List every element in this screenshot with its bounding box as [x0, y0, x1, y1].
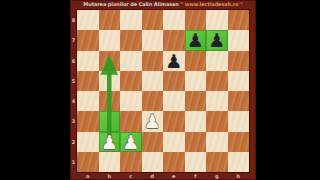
- square-g4[interactable]: [206, 91, 228, 111]
- square-f3[interactable]: [185, 111, 207, 131]
- square-f7[interactable]: ♟: [185, 30, 207, 50]
- square-h4[interactable]: [228, 91, 250, 111]
- square-e5[interactable]: [163, 71, 185, 91]
- file-labels: abcdefgh: [77, 172, 249, 180]
- square-g5[interactable]: [206, 71, 228, 91]
- square-e3[interactable]: [163, 111, 185, 131]
- square-f1[interactable]: [185, 152, 207, 172]
- square-a3[interactable]: [77, 111, 99, 131]
- square-c5[interactable]: [120, 71, 142, 91]
- square-f4[interactable]: [185, 91, 207, 111]
- rank-label-7: 7: [70, 30, 77, 50]
- square-b8[interactable]: [99, 10, 121, 30]
- square-a1[interactable]: [77, 152, 99, 172]
- square-d8[interactable]: [142, 10, 164, 30]
- square-d4[interactable]: [142, 91, 164, 111]
- square-c2[interactable]: ♟: [120, 132, 142, 152]
- square-f8[interactable]: [185, 10, 207, 30]
- title-text: Mutarea pionilor de Calin Alimasan: [83, 1, 179, 7]
- square-h5[interactable]: [228, 71, 250, 91]
- square-c3[interactable]: [120, 111, 142, 131]
- rank-labels: 87654321: [70, 10, 77, 172]
- file-label-h: h: [228, 172, 250, 180]
- file-label-a: a: [77, 172, 99, 180]
- square-b2[interactable]: ♟: [99, 132, 121, 152]
- square-f6[interactable]: [185, 51, 207, 71]
- square-a5[interactable]: [77, 71, 99, 91]
- square-f5[interactable]: [185, 71, 207, 91]
- square-g2[interactable]: [206, 132, 228, 152]
- square-d7[interactable]: [142, 30, 164, 50]
- square-a7[interactable]: [77, 30, 99, 50]
- board-title: Mutarea pionilor de Calin Alimasan " www…: [70, 0, 256, 9]
- white-pawn[interactable]: ♟: [144, 111, 161, 131]
- square-g8[interactable]: [206, 10, 228, 30]
- file-label-c: c: [120, 172, 142, 180]
- white-pawn[interactable]: ♟: [122, 132, 139, 152]
- square-d1[interactable]: [142, 152, 164, 172]
- rank-label-1: 1: [70, 152, 77, 172]
- square-g7[interactable]: ♟: [206, 30, 228, 50]
- rank-label-2: 2: [70, 132, 77, 152]
- square-d2[interactable]: [142, 132, 164, 152]
- square-a2[interactable]: [77, 132, 99, 152]
- file-label-b: b: [99, 172, 121, 180]
- square-h1[interactable]: [228, 152, 250, 172]
- black-pawn[interactable]: ♟: [187, 30, 204, 50]
- video-frame: Mutarea pionilor de Calin Alimasan " www…: [0, 0, 320, 180]
- square-e2[interactable]: [163, 132, 185, 152]
- square-d3[interactable]: ♟: [142, 111, 164, 131]
- chess-board-frame: Mutarea pionilor de Calin Alimasan " www…: [70, 0, 256, 180]
- file-label-f: f: [185, 172, 207, 180]
- rank-label-3: 3: [70, 111, 77, 131]
- site-url-text: " www.lectiadesah.ro ": [181, 1, 243, 7]
- square-h2[interactable]: [228, 132, 250, 152]
- white-pawn[interactable]: ♟: [101, 132, 118, 152]
- square-f2[interactable]: [185, 132, 207, 152]
- rank-label-4: 4: [70, 91, 77, 111]
- square-h8[interactable]: [228, 10, 250, 30]
- square-h6[interactable]: [228, 51, 250, 71]
- rank-label-8: 8: [70, 10, 77, 30]
- square-c4[interactable]: [120, 91, 142, 111]
- square-e8[interactable]: [163, 10, 185, 30]
- square-g6[interactable]: [206, 51, 228, 71]
- black-pawn[interactable]: ♟: [165, 51, 182, 71]
- square-c8[interactable]: [120, 10, 142, 30]
- square-g1[interactable]: [206, 152, 228, 172]
- square-g3[interactable]: [206, 111, 228, 131]
- square-e7[interactable]: [163, 30, 185, 50]
- square-b3[interactable]: [99, 111, 121, 131]
- file-label-d: d: [142, 172, 164, 180]
- chess-board: ♟♟♟♟♟♟: [77, 10, 249, 172]
- square-b1[interactable]: [99, 152, 121, 172]
- square-d6[interactable]: [142, 51, 164, 71]
- square-e6[interactable]: ♟: [163, 51, 185, 71]
- square-d5[interactable]: [142, 71, 164, 91]
- rank-label-6: 6: [70, 51, 77, 71]
- square-e1[interactable]: [163, 152, 185, 172]
- square-a8[interactable]: [77, 10, 99, 30]
- square-b7[interactable]: [99, 30, 121, 50]
- square-c1[interactable]: [120, 152, 142, 172]
- square-h3[interactable]: [228, 111, 250, 131]
- rank-label-5: 5: [70, 71, 77, 91]
- square-b6[interactable]: [99, 51, 121, 71]
- square-e4[interactable]: [163, 91, 185, 111]
- square-c6[interactable]: [120, 51, 142, 71]
- file-label-g: g: [206, 172, 228, 180]
- site-url: " www.lectiadesah.ro ": [179, 1, 243, 7]
- square-c7[interactable]: [120, 30, 142, 50]
- file-label-e: e: [163, 172, 185, 180]
- square-b4[interactable]: [99, 91, 121, 111]
- square-b5[interactable]: [99, 71, 121, 91]
- square-h7[interactable]: [228, 30, 250, 50]
- square-a4[interactable]: [77, 91, 99, 111]
- square-a6[interactable]: [77, 51, 99, 71]
- black-pawn[interactable]: ♟: [208, 30, 225, 50]
